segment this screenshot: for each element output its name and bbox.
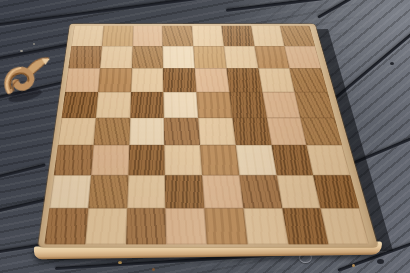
deck-knot xyxy=(377,259,384,264)
square-a4[interactable] xyxy=(58,118,96,146)
square-c1[interactable] xyxy=(126,208,167,244)
deck-speck xyxy=(352,264,355,267)
square-f2[interactable] xyxy=(239,175,282,208)
square-d2[interactable] xyxy=(165,175,204,208)
square-f8[interactable] xyxy=(221,26,254,47)
square-d6[interactable] xyxy=(163,68,196,92)
square-d4[interactable] xyxy=(164,118,200,146)
square-h4[interactable] xyxy=(300,118,342,146)
square-d5[interactable] xyxy=(164,92,199,118)
square-d3[interactable] xyxy=(164,145,202,175)
square-d7[interactable] xyxy=(163,46,195,68)
square-c8[interactable] xyxy=(132,26,162,47)
deck-speck xyxy=(118,261,122,264)
square-g7[interactable] xyxy=(254,46,289,68)
square-h1[interactable] xyxy=(321,208,370,244)
square-c6[interactable] xyxy=(131,68,164,92)
square-b5[interactable] xyxy=(96,92,131,118)
deck-speck xyxy=(152,268,155,271)
square-h3[interactable] xyxy=(307,145,351,175)
square-f3[interactable] xyxy=(236,145,277,175)
board-face xyxy=(38,24,378,247)
board-tilt xyxy=(38,24,378,247)
square-c4[interactable] xyxy=(129,118,165,146)
square-b8[interactable] xyxy=(102,26,133,47)
square-h6[interactable] xyxy=(290,68,328,92)
square-d8[interactable] xyxy=(162,26,193,47)
square-e5[interactable] xyxy=(196,92,232,118)
square-h7[interactable] xyxy=(285,46,321,68)
square-c2[interactable] xyxy=(127,175,166,208)
square-e7[interactable] xyxy=(193,46,226,68)
square-b3[interactable] xyxy=(91,145,129,175)
square-e6[interactable] xyxy=(195,68,229,92)
square-e2[interactable] xyxy=(202,175,243,208)
square-c3[interactable] xyxy=(128,145,165,175)
square-c7[interactable] xyxy=(132,46,164,68)
square-f7[interactable] xyxy=(224,46,258,68)
square-d1[interactable] xyxy=(166,208,207,244)
square-e8[interactable] xyxy=(192,26,224,47)
square-b4[interactable] xyxy=(93,118,129,146)
board-grid xyxy=(44,26,369,245)
square-f6[interactable] xyxy=(226,68,262,92)
square-g6[interactable] xyxy=(258,68,295,92)
square-f4[interactable] xyxy=(232,118,271,146)
square-b6[interactable] xyxy=(98,68,132,92)
square-a7[interactable] xyxy=(68,46,101,68)
square-c5[interactable] xyxy=(130,92,164,118)
square-a5[interactable] xyxy=(62,92,98,118)
square-f5[interactable] xyxy=(229,92,266,118)
square-b1[interactable] xyxy=(85,208,127,244)
square-a2[interactable] xyxy=(49,175,91,208)
scene xyxy=(0,0,410,273)
deck-knot xyxy=(390,62,394,65)
square-h5[interactable] xyxy=(295,92,335,118)
square-e3[interactable] xyxy=(200,145,239,175)
square-a6[interactable] xyxy=(65,68,100,92)
square-g8[interactable] xyxy=(251,26,285,47)
square-e1[interactable] xyxy=(204,208,247,244)
square-b2[interactable] xyxy=(88,175,128,208)
square-a1[interactable] xyxy=(44,208,88,244)
deck-speck xyxy=(20,50,23,52)
square-e4[interactable] xyxy=(198,118,235,146)
square-f1[interactable] xyxy=(243,208,288,244)
square-a3[interactable] xyxy=(54,145,94,175)
square-h8[interactable] xyxy=(280,26,315,47)
chess-board xyxy=(13,0,378,247)
square-h2[interactable] xyxy=(313,175,359,208)
square-a8[interactable] xyxy=(71,26,103,47)
square-b7[interactable] xyxy=(100,46,132,68)
